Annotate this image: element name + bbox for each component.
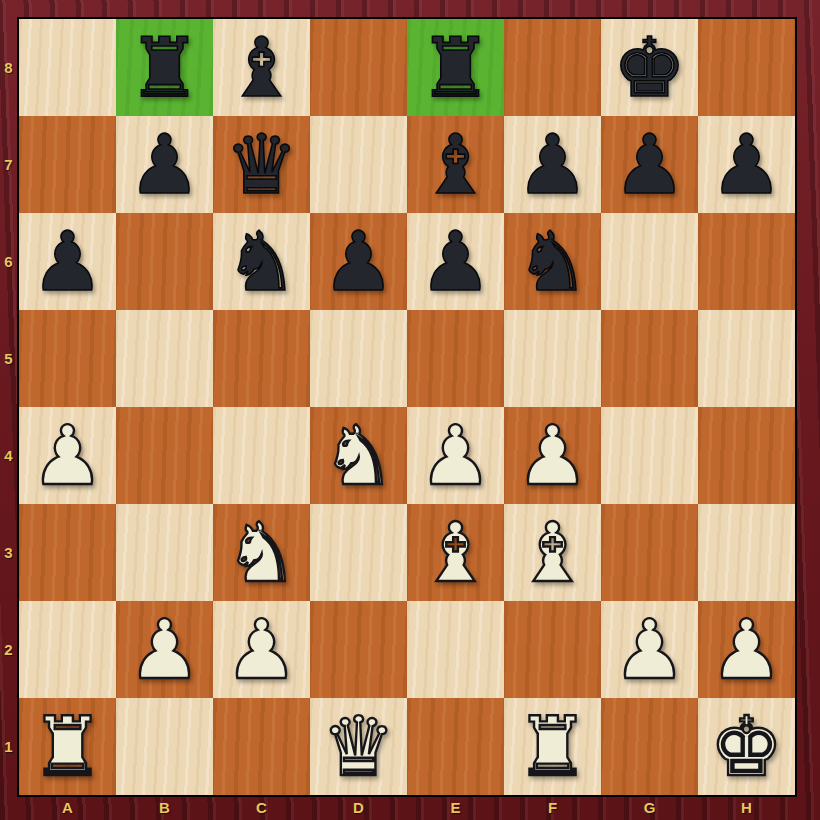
file-label-e: E <box>407 797 504 820</box>
square-e5[interactable] <box>407 310 504 407</box>
file-label-h: H <box>698 797 795 820</box>
square-h8[interactable] <box>698 19 795 116</box>
square-d8[interactable] <box>310 19 407 116</box>
square-d2[interactable] <box>310 601 407 698</box>
rank-label-4: 4 <box>0 407 17 504</box>
square-a4[interactable]: ♟ <box>19 407 116 504</box>
rank-label-3: 3 <box>0 504 17 601</box>
square-c6[interactable]: ♞ <box>213 213 310 310</box>
square-a3[interactable] <box>19 504 116 601</box>
black-queen[interactable]: ♛ <box>225 116 299 213</box>
square-f2[interactable] <box>504 601 601 698</box>
square-d6[interactable]: ♟ <box>310 213 407 310</box>
square-c7[interactable]: ♛ <box>213 116 310 213</box>
black-rook[interactable]: ♜ <box>419 19 493 116</box>
square-f8[interactable] <box>504 19 601 116</box>
square-g8[interactable]: ♚ <box>601 19 698 116</box>
white-king[interactable]: ♚ <box>710 698 784 795</box>
white-rook[interactable]: ♜ <box>516 698 590 795</box>
square-e7[interactable]: ♝ <box>407 116 504 213</box>
black-pawn[interactable]: ♟ <box>613 116 687 213</box>
square-d4[interactable]: ♞ <box>310 407 407 504</box>
square-c8[interactable]: ♝ <box>213 19 310 116</box>
square-e6[interactable]: ♟ <box>407 213 504 310</box>
square-b7[interactable]: ♟ <box>116 116 213 213</box>
white-pawn[interactable]: ♟ <box>31 407 105 504</box>
black-knight[interactable]: ♞ <box>516 213 590 310</box>
file-label-g: G <box>601 797 698 820</box>
square-h2[interactable]: ♟ <box>698 601 795 698</box>
white-bishop[interactable]: ♝ <box>419 504 493 601</box>
black-pawn[interactable]: ♟ <box>516 116 590 213</box>
square-g3[interactable] <box>601 504 698 601</box>
black-pawn[interactable]: ♟ <box>710 116 784 213</box>
white-queen[interactable]: ♛ <box>322 698 396 795</box>
square-b1[interactable] <box>116 698 213 795</box>
black-knight[interactable]: ♞ <box>225 213 299 310</box>
black-pawn[interactable]: ♟ <box>419 213 493 310</box>
rank-label-5: 5 <box>0 310 17 407</box>
black-rook[interactable]: ♜ <box>128 19 202 116</box>
square-a8[interactable] <box>19 19 116 116</box>
white-pawn[interactable]: ♟ <box>613 601 687 698</box>
square-c1[interactable] <box>213 698 310 795</box>
white-bishop[interactable]: ♝ <box>516 504 590 601</box>
square-c2[interactable]: ♟ <box>213 601 310 698</box>
square-e8[interactable]: ♜ <box>407 19 504 116</box>
square-b2[interactable]: ♟ <box>116 601 213 698</box>
square-h4[interactable] <box>698 407 795 504</box>
square-b5[interactable] <box>116 310 213 407</box>
white-knight[interactable]: ♞ <box>322 407 396 504</box>
square-f4[interactable]: ♟ <box>504 407 601 504</box>
black-king[interactable]: ♚ <box>613 19 687 116</box>
rank-label-6: 6 <box>0 213 17 310</box>
square-e1[interactable] <box>407 698 504 795</box>
square-h1[interactable]: ♚ <box>698 698 795 795</box>
black-pawn[interactable]: ♟ <box>31 213 105 310</box>
square-c3[interactable]: ♞ <box>213 504 310 601</box>
white-pawn[interactable]: ♟ <box>710 601 784 698</box>
file-label-a: A <box>19 797 116 820</box>
file-label-d: D <box>310 797 407 820</box>
square-h7[interactable]: ♟ <box>698 116 795 213</box>
square-g4[interactable] <box>601 407 698 504</box>
square-h5[interactable] <box>698 310 795 407</box>
black-pawn[interactable]: ♟ <box>128 116 202 213</box>
square-f7[interactable]: ♟ <box>504 116 601 213</box>
white-pawn[interactable]: ♟ <box>516 407 590 504</box>
square-d3[interactable] <box>310 504 407 601</box>
square-e2[interactable] <box>407 601 504 698</box>
file-label-b: B <box>116 797 213 820</box>
file-label-f: F <box>504 797 601 820</box>
chess-board: ♜♝♜♚♟♛♝♟♟♟♟♞♟♟♞♟♞♟♟♞♝♝♟♟♟♟♜♛♜♚ <box>17 17 797 797</box>
square-c5[interactable] <box>213 310 310 407</box>
square-a1[interactable]: ♜ <box>19 698 116 795</box>
square-b4[interactable] <box>116 407 213 504</box>
square-b6[interactable] <box>116 213 213 310</box>
square-a6[interactable]: ♟ <box>19 213 116 310</box>
white-knight[interactable]: ♞ <box>225 504 299 601</box>
rank-label-2: 2 <box>0 601 17 698</box>
square-f6[interactable]: ♞ <box>504 213 601 310</box>
square-f3[interactable]: ♝ <box>504 504 601 601</box>
square-g2[interactable]: ♟ <box>601 601 698 698</box>
file-label-c: C <box>213 797 310 820</box>
square-h3[interactable] <box>698 504 795 601</box>
rank-label-1: 1 <box>0 698 17 795</box>
black-bishop[interactable]: ♝ <box>225 19 299 116</box>
white-pawn[interactable]: ♟ <box>128 601 202 698</box>
square-f5[interactable] <box>504 310 601 407</box>
square-h6[interactable] <box>698 213 795 310</box>
square-d5[interactable] <box>310 310 407 407</box>
square-a7[interactable] <box>19 116 116 213</box>
square-g1[interactable] <box>601 698 698 795</box>
white-rook[interactable]: ♜ <box>31 698 105 795</box>
square-e3[interactable]: ♝ <box>407 504 504 601</box>
square-a2[interactable] <box>19 601 116 698</box>
rank-label-8: 8 <box>0 19 17 116</box>
square-c4[interactable] <box>213 407 310 504</box>
square-e4[interactable]: ♟ <box>407 407 504 504</box>
square-b3[interactable] <box>116 504 213 601</box>
square-b8[interactable]: ♜ <box>116 19 213 116</box>
rank-label-7: 7 <box>0 116 17 213</box>
black-pawn[interactable]: ♟ <box>322 213 396 310</box>
square-g5[interactable] <box>601 310 698 407</box>
black-bishop[interactable]: ♝ <box>419 116 493 213</box>
square-g6[interactable] <box>601 213 698 310</box>
square-d1[interactable]: ♛ <box>310 698 407 795</box>
white-pawn[interactable]: ♟ <box>225 601 299 698</box>
square-f1[interactable]: ♜ <box>504 698 601 795</box>
square-a5[interactable] <box>19 310 116 407</box>
chessboard-app: { "game": "chess", "position": { "fen": … <box>0 0 820 820</box>
square-g7[interactable]: ♟ <box>601 116 698 213</box>
white-pawn[interactable]: ♟ <box>419 407 493 504</box>
square-d7[interactable] <box>310 116 407 213</box>
